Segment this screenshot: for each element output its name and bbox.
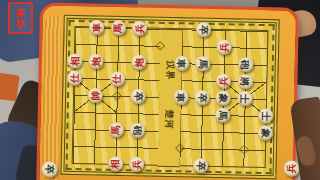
photo-scene: 汉界 楚河 車馬兵相炮炮仕仕帥馬相兵兵兵卒卒卒卒車車馬馬砲砲將士士象象 卒 兵 …: [0, 0, 320, 180]
red-piece-馬[interactable]: 馬: [111, 20, 126, 35]
red-piece-仕[interactable]: 仕: [109, 71, 124, 86]
black-piece-馬[interactable]: 馬: [195, 56, 210, 71]
black-piece-象[interactable]: 象: [216, 91, 231, 106]
xiangqi-board[interactable]: 汉界 楚河 車馬兵相炮炮仕仕帥馬相兵兵兵卒卒卒卒車車馬馬砲砲將士士象象: [60, 15, 279, 179]
board-grid[interactable]: 汉界 楚河 車馬兵相炮炮仕仕帥馬相兵兵兵卒卒卒卒車車馬馬砲砲將士士象象: [72, 26, 269, 168]
black-piece-卒[interactable]: 卒: [196, 22, 211, 37]
channel-watermark-seal: 象 棋: [8, 2, 33, 34]
river-text-chuhe: 楚河: [159, 109, 181, 129]
red-piece-馬[interactable]: 馬: [108, 122, 123, 137]
red-piece-兵[interactable]: 兵: [132, 21, 147, 36]
red-piece-炮[interactable]: 炮: [131, 55, 146, 70]
red-piece-炮[interactable]: 炮: [88, 54, 103, 69]
red-piece-車[interactable]: 車: [89, 20, 104, 35]
black-piece-馬[interactable]: 馬: [215, 108, 230, 123]
black-piece-車[interactable]: 車: [173, 90, 188, 105]
black-piece-砲[interactable]: 砲: [130, 123, 145, 138]
table-side-edge: [41, 15, 60, 179]
board-point-mark: [239, 145, 249, 155]
black-piece-卒[interactable]: 卒: [193, 158, 208, 173]
game-table: 汉界 楚河 車馬兵相炮炮仕仕帥馬相兵兵兵卒卒卒卒車車馬馬砲砲將士士象象 卒 兵: [36, 2, 299, 180]
black-piece-士[interactable]: 士: [258, 108, 273, 123]
black-piece-卒[interactable]: 卒: [194, 90, 209, 105]
black-piece-卒[interactable]: 卒: [130, 89, 145, 104]
black-piece-車[interactable]: 車: [174, 56, 189, 71]
red-piece-兵[interactable]: 兵: [217, 40, 232, 55]
black-piece-象[interactable]: 象: [258, 125, 273, 140]
red-piece-相[interactable]: 相: [67, 53, 82, 68]
black-piece-砲[interactable]: 砲: [238, 57, 253, 72]
